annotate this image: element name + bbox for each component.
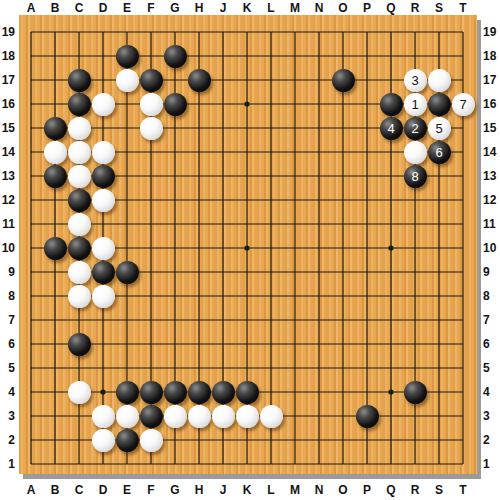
row-label-left-18: 18 bbox=[0, 49, 16, 63]
row-label-right-18: 18 bbox=[483, 49, 499, 63]
row-label-right-13: 13 bbox=[483, 169, 499, 183]
row-label-left-11: 11 bbox=[0, 217, 16, 231]
col-label-bottom-M: M bbox=[283, 483, 307, 497]
white-stone-J3 bbox=[212, 405, 235, 428]
move-number-label: 1 bbox=[411, 93, 418, 116]
col-label-bottom-F: F bbox=[139, 483, 163, 497]
black-stone-C16 bbox=[68, 93, 91, 116]
col-label-top-J: J bbox=[211, 1, 235, 15]
white-stone-D12 bbox=[92, 189, 115, 212]
black-stone-P3 bbox=[356, 405, 379, 428]
black-stone-F17 bbox=[140, 69, 163, 92]
row-label-left-10: 10 bbox=[0, 241, 16, 255]
row-label-right-1: 1 bbox=[483, 457, 499, 471]
col-label-bottom-R: R bbox=[403, 483, 427, 497]
row-label-left-17: 17 bbox=[0, 73, 16, 87]
star-point-K16 bbox=[244, 101, 249, 106]
row-label-right-4: 4 bbox=[483, 385, 499, 399]
col-label-bottom-T: T bbox=[451, 483, 475, 497]
star-point-K10 bbox=[244, 245, 249, 250]
row-label-right-19: 19 bbox=[483, 25, 499, 39]
move-2-stone-R15: 2 bbox=[404, 117, 427, 140]
star-point-Q4 bbox=[388, 389, 393, 394]
black-stone-K4 bbox=[236, 381, 259, 404]
move-number-label: 5 bbox=[435, 117, 442, 140]
row-label-left-5: 5 bbox=[0, 361, 16, 375]
row-label-right-6: 6 bbox=[483, 337, 499, 351]
col-label-bottom-C: C bbox=[67, 483, 91, 497]
move-number-label: 6 bbox=[435, 141, 442, 164]
col-label-bottom-K: K bbox=[235, 483, 259, 497]
black-stone-C10 bbox=[68, 237, 91, 260]
black-stone-Q16 bbox=[380, 93, 403, 116]
row-label-left-1: 1 bbox=[0, 457, 16, 471]
white-stone-D14 bbox=[92, 141, 115, 164]
col-label-bottom-Q: Q bbox=[379, 483, 403, 497]
white-stone-D3 bbox=[92, 405, 115, 428]
col-label-top-T: T bbox=[451, 1, 475, 15]
black-stone-E2 bbox=[116, 429, 139, 452]
white-stone-E3 bbox=[116, 405, 139, 428]
row-label-right-7: 7 bbox=[483, 313, 499, 327]
black-stone-H17 bbox=[188, 69, 211, 92]
white-stone-D10 bbox=[92, 237, 115, 260]
white-stone-S17 bbox=[428, 69, 451, 92]
move-1-stone-R16: 1 bbox=[404, 93, 427, 116]
black-stone-B13 bbox=[44, 165, 67, 188]
row-label-left-13: 13 bbox=[0, 169, 16, 183]
white-stone-F2 bbox=[140, 429, 163, 452]
col-label-bottom-O: O bbox=[331, 483, 355, 497]
white-stone-F16 bbox=[140, 93, 163, 116]
row-label-left-9: 9 bbox=[0, 265, 16, 279]
black-stone-E9 bbox=[116, 261, 139, 284]
black-stone-R4 bbox=[404, 381, 427, 404]
col-label-top-C: C bbox=[67, 1, 91, 15]
col-label-bottom-J: J bbox=[211, 483, 235, 497]
go-board-app: 31742568 AABBCCDDEEFFGGHHJJKKLLMMNNOOPPQ… bbox=[0, 0, 500, 500]
black-stone-C12 bbox=[68, 189, 91, 212]
black-stone-H4 bbox=[188, 381, 211, 404]
black-stone-C17 bbox=[68, 69, 91, 92]
white-stone-K3 bbox=[236, 405, 259, 428]
col-label-top-L: L bbox=[259, 1, 283, 15]
white-stone-C4 bbox=[68, 381, 91, 404]
col-label-bottom-D: D bbox=[91, 483, 115, 497]
black-stone-B10 bbox=[44, 237, 67, 260]
row-label-left-2: 2 bbox=[0, 433, 16, 447]
col-label-top-P: P bbox=[355, 1, 379, 15]
col-label-top-N: N bbox=[307, 1, 331, 15]
black-stone-B15 bbox=[44, 117, 67, 140]
col-label-bottom-L: L bbox=[259, 483, 283, 497]
black-stone-J4 bbox=[212, 381, 235, 404]
move-number-label: 2 bbox=[411, 117, 418, 140]
col-label-bottom-N: N bbox=[307, 483, 331, 497]
row-label-right-11: 11 bbox=[483, 217, 499, 231]
col-label-bottom-S: S bbox=[427, 483, 451, 497]
move-8-stone-R13: 8 bbox=[404, 165, 427, 188]
white-stone-C11 bbox=[68, 213, 91, 236]
col-label-top-E: E bbox=[115, 1, 139, 15]
row-label-left-7: 7 bbox=[0, 313, 16, 327]
black-stone-G16 bbox=[164, 93, 187, 116]
white-stone-H3 bbox=[188, 405, 211, 428]
move-number-label: 3 bbox=[411, 69, 418, 92]
white-stone-D8 bbox=[92, 285, 115, 308]
row-label-right-10: 10 bbox=[483, 241, 499, 255]
black-stone-F3 bbox=[140, 405, 163, 428]
col-label-top-R: R bbox=[403, 1, 427, 15]
col-label-bottom-E: E bbox=[115, 483, 139, 497]
white-stone-G3 bbox=[164, 405, 187, 428]
star-point-Q10 bbox=[388, 245, 393, 250]
white-stone-D16 bbox=[92, 93, 115, 116]
row-label-left-16: 16 bbox=[0, 97, 16, 111]
col-label-top-G: G bbox=[163, 1, 187, 15]
row-label-right-17: 17 bbox=[483, 73, 499, 87]
white-stone-C9 bbox=[68, 261, 91, 284]
move-number-label: 4 bbox=[387, 117, 394, 140]
black-stone-D13 bbox=[92, 165, 115, 188]
white-stone-C8 bbox=[68, 285, 91, 308]
white-stone-L3 bbox=[260, 405, 283, 428]
row-label-right-16: 16 bbox=[483, 97, 499, 111]
row-label-right-3: 3 bbox=[483, 409, 499, 423]
row-label-left-15: 15 bbox=[0, 121, 16, 135]
row-label-left-19: 19 bbox=[0, 25, 16, 39]
white-stone-R14 bbox=[404, 141, 427, 164]
row-label-right-2: 2 bbox=[483, 433, 499, 447]
row-label-right-8: 8 bbox=[483, 289, 499, 303]
black-stone-O17 bbox=[332, 69, 355, 92]
row-label-right-9: 9 bbox=[483, 265, 499, 279]
move-number-label: 7 bbox=[459, 93, 466, 116]
col-label-top-M: M bbox=[283, 1, 307, 15]
star-point-D4 bbox=[100, 389, 105, 394]
col-label-bottom-H: H bbox=[187, 483, 211, 497]
go-board[interactable]: 31742568 bbox=[19, 15, 477, 474]
black-stone-E18 bbox=[116, 45, 139, 68]
col-label-top-A: A bbox=[19, 1, 43, 15]
row-label-right-12: 12 bbox=[483, 193, 499, 207]
col-label-top-Q: Q bbox=[379, 1, 403, 15]
move-6-stone-S14: 6 bbox=[428, 141, 451, 164]
black-stone-C6 bbox=[68, 333, 91, 356]
col-label-bottom-P: P bbox=[355, 483, 379, 497]
row-label-right-14: 14 bbox=[483, 145, 499, 159]
move-number-label: 8 bbox=[411, 165, 418, 188]
row-label-left-14: 14 bbox=[0, 145, 16, 159]
col-label-bottom-G: G bbox=[163, 483, 187, 497]
white-stone-B14 bbox=[44, 141, 67, 164]
col-label-top-S: S bbox=[427, 1, 451, 15]
row-label-left-6: 6 bbox=[0, 337, 16, 351]
move-7-stone-T16: 7 bbox=[452, 93, 475, 116]
col-label-top-B: B bbox=[43, 1, 67, 15]
row-label-left-12: 12 bbox=[0, 193, 16, 207]
black-stone-E4 bbox=[116, 381, 139, 404]
col-label-top-F: F bbox=[139, 1, 163, 15]
move-3-stone-R17: 3 bbox=[404, 69, 427, 92]
col-label-top-D: D bbox=[91, 1, 115, 15]
white-stone-D2 bbox=[92, 429, 115, 452]
black-stone-F4 bbox=[140, 381, 163, 404]
col-label-top-O: O bbox=[331, 1, 355, 15]
row-label-left-4: 4 bbox=[0, 385, 16, 399]
row-label-left-8: 8 bbox=[0, 289, 16, 303]
col-label-top-K: K bbox=[235, 1, 259, 15]
black-stone-D9 bbox=[92, 261, 115, 284]
white-stone-F15 bbox=[140, 117, 163, 140]
row-label-right-5: 5 bbox=[483, 361, 499, 375]
black-stone-G18 bbox=[164, 45, 187, 68]
white-stone-C13 bbox=[68, 165, 91, 188]
white-stone-E17 bbox=[116, 69, 139, 92]
black-stone-G4 bbox=[164, 381, 187, 404]
white-stone-C14 bbox=[68, 141, 91, 164]
white-stone-C15 bbox=[68, 117, 91, 140]
col-label-bottom-B: B bbox=[43, 483, 67, 497]
black-stone-S16 bbox=[428, 93, 451, 116]
row-label-left-3: 3 bbox=[0, 409, 16, 423]
move-5-stone-S15: 5 bbox=[428, 117, 451, 140]
col-label-bottom-A: A bbox=[19, 483, 43, 497]
col-label-top-H: H bbox=[187, 1, 211, 15]
move-4-stone-Q15: 4 bbox=[380, 117, 403, 140]
row-label-right-15: 15 bbox=[483, 121, 499, 135]
